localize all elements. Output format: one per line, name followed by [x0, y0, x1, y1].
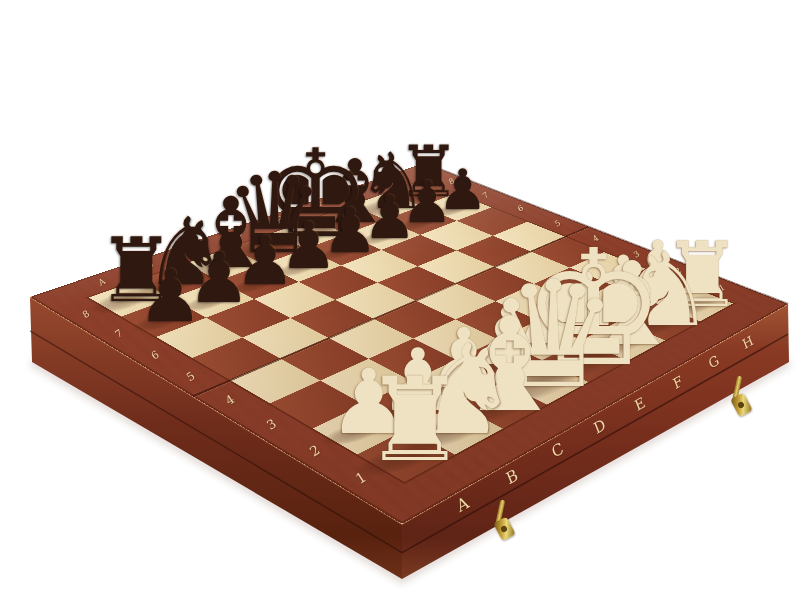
chess-set-photo: 8877665544332211AABBCCDDEEFFGGHH ♜♞♝♛♚♝♞…: [0, 0, 800, 600]
